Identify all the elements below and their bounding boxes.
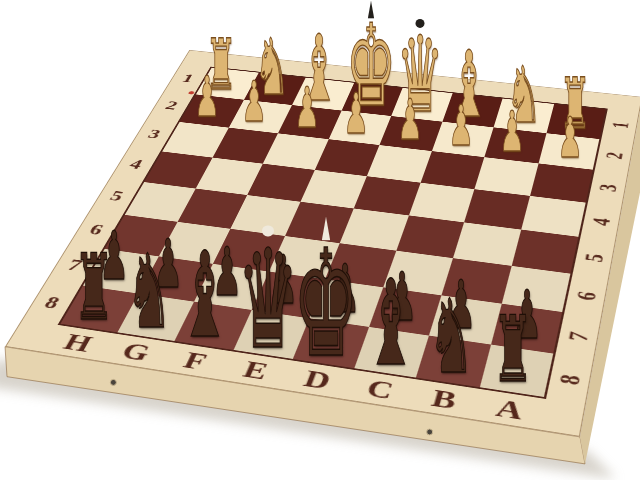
piece-white-pawn-d2[interactable]: ♟	[398, 92, 423, 148]
spear-finial-icon	[367, 1, 375, 19]
piece-black-knight-b8[interactable]: ♞	[428, 286, 474, 388]
piece-white-pawn-h2[interactable]: ♟	[194, 69, 219, 125]
piece-white-pawn-g2[interactable]: ♟	[242, 74, 267, 130]
piece-black-rook-a8[interactable]: ♜	[493, 305, 534, 396]
piece-white-pawn-b2[interactable]: ♟	[500, 104, 525, 160]
piece-white-pawn-e2[interactable]: ♟	[343, 86, 368, 142]
pieces-layer: ♜♞♝♚♛♝♞♜♟♟♟♟♟♟♟♟♟♟♟♟♟♟♟♟♜♞♝♛♚♝♞♜	[0, 0, 640, 480]
piece-white-pawn-c2[interactable]: ♟	[448, 98, 473, 154]
piece-black-knight-g8[interactable]: ♞	[126, 241, 172, 343]
spear-finial-icon	[320, 217, 331, 241]
piece-black-queen-e8[interactable]: ♛	[237, 230, 298, 367]
ball-finial-icon	[262, 225, 274, 237]
piece-black-bishop-c8[interactable]: ♝	[364, 264, 417, 382]
ball-finial-icon	[415, 18, 424, 27]
piece-black-bishop-f8[interactable]: ♝	[179, 236, 232, 354]
piece-white-pawn-a2[interactable]: ♟	[557, 110, 582, 166]
piece-black-rook-h8[interactable]: ♜	[74, 242, 115, 333]
piece-black-king-d8[interactable]: ♚	[293, 230, 359, 378]
piece-white-pawn-f2[interactable]: ♟	[294, 80, 319, 136]
chess-set-photo: HGFEDCBA 12345678 12345678 ♜♞♝♚♛♝♞♜♟♟♟♟♟…	[0, 0, 640, 480]
